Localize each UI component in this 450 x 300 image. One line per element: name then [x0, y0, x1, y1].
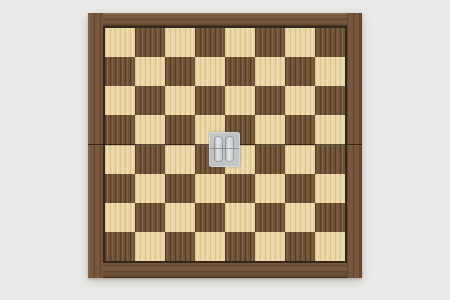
square-a7[interactable] — [105, 57, 135, 86]
square-g1[interactable] — [285, 232, 315, 261]
square-b5[interactable] — [135, 115, 165, 144]
board-frame-top — [88, 13, 362, 26]
square-f1[interactable] — [255, 232, 285, 261]
square-h2[interactable] — [315, 203, 345, 232]
square-g5[interactable] — [285, 115, 315, 144]
square-f4[interactable] — [255, 145, 285, 174]
chess-board — [88, 13, 362, 278]
square-e8[interactable] — [225, 28, 255, 57]
square-b7[interactable] — [135, 57, 165, 86]
square-h1[interactable] — [315, 232, 345, 261]
square-h7[interactable] — [315, 57, 345, 86]
square-c5[interactable] — [165, 115, 195, 144]
square-b1[interactable] — [135, 232, 165, 261]
square-d8[interactable] — [195, 28, 225, 57]
square-h8[interactable] — [315, 28, 345, 57]
square-f7[interactable] — [255, 57, 285, 86]
square-f3[interactable] — [255, 174, 285, 203]
square-g2[interactable] — [285, 203, 315, 232]
square-g6[interactable] — [285, 86, 315, 115]
square-f5[interactable] — [255, 115, 285, 144]
square-c6[interactable] — [165, 86, 195, 115]
square-d2[interactable] — [195, 203, 225, 232]
square-e7[interactable] — [225, 57, 255, 86]
square-c3[interactable] — [165, 174, 195, 203]
square-h3[interactable] — [315, 174, 345, 203]
square-a6[interactable] — [105, 86, 135, 115]
square-g7[interactable] — [285, 57, 315, 86]
square-h4[interactable] — [315, 145, 345, 174]
square-b6[interactable] — [135, 86, 165, 115]
square-c7[interactable] — [165, 57, 195, 86]
square-e3[interactable] — [225, 174, 255, 203]
square-e1[interactable] — [225, 232, 255, 261]
square-g8[interactable] — [285, 28, 315, 57]
square-b2[interactable] — [135, 203, 165, 232]
square-a8[interactable] — [105, 28, 135, 57]
square-a4[interactable] — [105, 145, 135, 174]
square-b3[interactable] — [135, 174, 165, 203]
square-b8[interactable] — [135, 28, 165, 57]
square-h6[interactable] — [315, 86, 345, 115]
square-f2[interactable] — [255, 203, 285, 232]
square-e2[interactable] — [225, 203, 255, 232]
square-g4[interactable] — [285, 145, 315, 174]
square-a1[interactable] — [105, 232, 135, 261]
square-a2[interactable] — [105, 203, 135, 232]
square-a5[interactable] — [105, 115, 135, 144]
square-d3[interactable] — [195, 174, 225, 203]
square-c4[interactable] — [165, 145, 195, 174]
hinge-icon — [209, 132, 240, 167]
scene — [0, 0, 450, 300]
square-f8[interactable] — [255, 28, 285, 57]
square-c8[interactable] — [165, 28, 195, 57]
square-a3[interactable] — [105, 174, 135, 203]
square-d7[interactable] — [195, 57, 225, 86]
square-b4[interactable] — [135, 145, 165, 174]
square-h5[interactable] — [315, 115, 345, 144]
square-e6[interactable] — [225, 86, 255, 115]
square-d6[interactable] — [195, 86, 225, 115]
square-f6[interactable] — [255, 86, 285, 115]
square-d1[interactable] — [195, 232, 225, 261]
hinge-knuckle-right — [225, 136, 234, 162]
board-frame-bottom — [88, 263, 362, 278]
square-c2[interactable] — [165, 203, 195, 232]
hinge-knuckle-left — [214, 136, 223, 162]
square-c1[interactable] — [165, 232, 195, 261]
square-g3[interactable] — [285, 174, 315, 203]
